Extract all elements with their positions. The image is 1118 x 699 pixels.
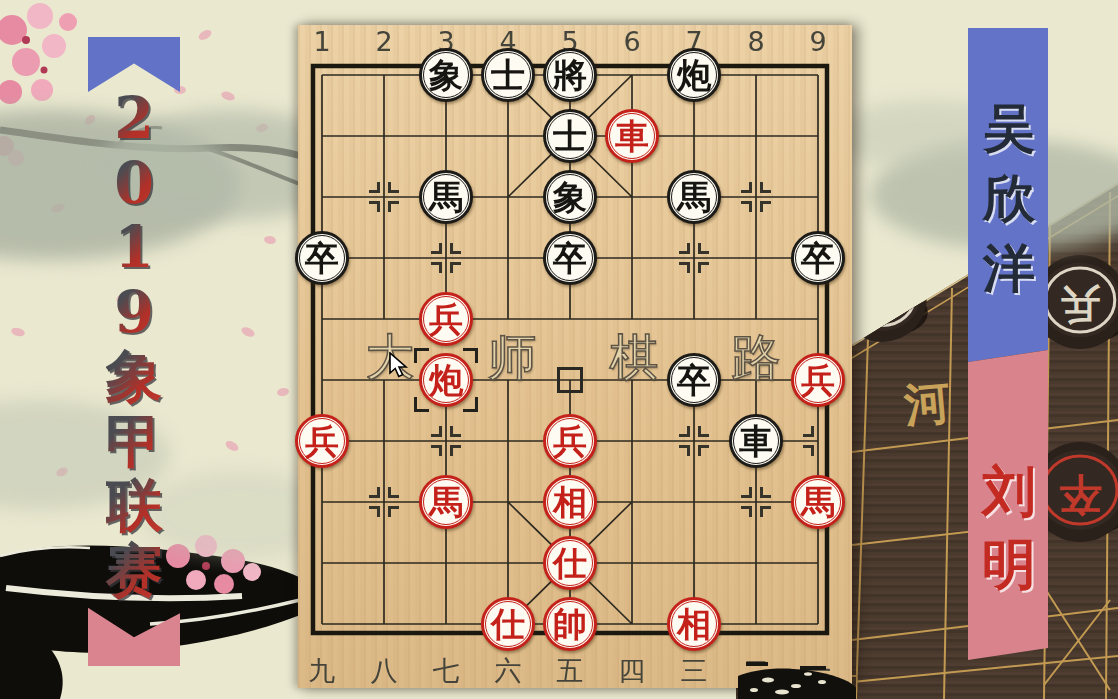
river-char: 师: [484, 325, 540, 391]
piece-glyph: 馬: [795, 479, 841, 525]
piece-glyph: 馬: [423, 174, 469, 220]
point-marker: [741, 182, 771, 212]
event-title-char: 9: [114, 282, 154, 342]
red-piece-車[interactable]: 車: [605, 109, 659, 163]
file-label-top: 8: [741, 26, 771, 57]
black-piece-卒[interactable]: 卒: [667, 353, 721, 407]
point-marker: [431, 426, 461, 456]
file-label-bottom: 七: [431, 653, 461, 689]
red-name-char: 明: [982, 529, 1036, 602]
piece-glyph: 卒: [547, 235, 593, 281]
black-name-char: 洋: [983, 234, 1035, 304]
red-piece-兵[interactable]: 兵: [419, 292, 473, 346]
piece-glyph: 將: [547, 52, 593, 98]
point-marker: [803, 426, 833, 456]
event-title-char: 联: [106, 475, 163, 535]
piece-glyph: 相: [547, 479, 593, 525]
last-move-origin-marker: [557, 367, 583, 393]
file-label-top: 6: [617, 26, 647, 57]
point-marker: [369, 182, 399, 212]
file-label-bottom: 六: [493, 653, 523, 689]
file-label-bottom: 三: [679, 653, 709, 689]
file-label-top: 1: [307, 26, 337, 57]
piece-glyph: 卒: [795, 235, 841, 281]
piece-glyph: 卒: [671, 357, 717, 403]
black-piece-將[interactable]: 將: [543, 48, 597, 102]
red-piece-馬[interactable]: 馬: [791, 475, 845, 529]
black-name-char: 吴: [983, 94, 1035, 164]
event-title-char: 1: [114, 217, 154, 277]
event-title-char: 赛: [106, 540, 163, 600]
black-name-char: 欣: [983, 164, 1035, 234]
event-title-char: 2: [114, 88, 154, 148]
red-name-char: 刘: [982, 456, 1036, 529]
piece-glyph: 馬: [671, 174, 717, 220]
red-piece-仕[interactable]: 仕: [481, 597, 535, 651]
file-label-top: 2: [369, 26, 399, 57]
svg-text:兵: 兵: [863, 277, 902, 322]
red-piece-相[interactable]: 相: [543, 475, 597, 529]
event-title-char: 0: [114, 153, 154, 213]
black-piece-象[interactable]: 象: [543, 170, 597, 224]
piece-glyph: 卒: [299, 235, 345, 281]
file-label-bottom: 八: [369, 653, 399, 689]
mouse-cursor: [388, 352, 414, 380]
app-window: 2019象甲联赛 河 兵兵卒 123456789 九八七六五四三二一 大师棋路: [0, 0, 1118, 699]
black-piece-象[interactable]: 象: [419, 48, 473, 102]
piece-glyph: 仕: [547, 540, 593, 586]
river-char: 路: [728, 325, 784, 391]
point-marker: [741, 487, 771, 517]
red-piece-馬[interactable]: 馬: [419, 475, 473, 529]
file-label-bottom: 五: [555, 653, 585, 689]
piece-glyph: 馬: [423, 479, 469, 525]
river-char: 棋: [606, 325, 662, 391]
black-piece-馬[interactable]: 馬: [419, 170, 473, 224]
ink-speckle-corner: [738, 662, 856, 699]
photo-river-char: 河: [901, 375, 953, 433]
piece-glyph: 車: [609, 113, 655, 159]
red-player-name: 刘明: [977, 456, 1041, 596]
piece-glyph: 士: [547, 113, 593, 159]
point-marker: [679, 426, 709, 456]
event-title-vertical: 2019象甲联赛: [96, 88, 172, 600]
black-piece-馬[interactable]: 馬: [667, 170, 721, 224]
black-piece-卒[interactable]: 卒: [543, 231, 597, 285]
xiangqi-board-panel: 123456789 九八七六五四三二一 大师棋路 象士將炮士車馬象馬卒卒卒兵炮卒…: [298, 25, 852, 688]
black-piece-車[interactable]: 車: [729, 414, 783, 468]
svg-text:兵: 兵: [1060, 282, 1101, 329]
black-piece-卒[interactable]: 卒: [791, 231, 845, 285]
piece-glyph: 兵: [423, 296, 469, 342]
black-piece-炮[interactable]: 炮: [667, 48, 721, 102]
red-piece-仕[interactable]: 仕: [543, 536, 597, 590]
piece-glyph: 象: [423, 52, 469, 98]
photo-piece-兵: 兵: [852, 252, 928, 342]
red-piece-兵[interactable]: 兵: [791, 353, 845, 407]
black-piece-士[interactable]: 士: [543, 109, 597, 163]
piece-glyph: 帥: [547, 601, 593, 647]
file-label-bottom: 四: [617, 653, 647, 689]
red-piece-兵[interactable]: 兵: [295, 414, 349, 468]
point-marker: [369, 487, 399, 517]
event-title-char: 象: [106, 346, 163, 406]
red-piece-炮[interactable]: 炮: [419, 353, 473, 407]
piece-glyph: 車: [733, 418, 779, 464]
point-marker: [679, 243, 709, 273]
black-piece-卒[interactable]: 卒: [295, 231, 349, 285]
black-piece-士[interactable]: 士: [481, 48, 535, 102]
point-marker: [431, 243, 461, 273]
piece-glyph: 相: [671, 601, 717, 647]
piece-glyph: 兵: [547, 418, 593, 464]
piece-glyph: 炮: [671, 52, 717, 98]
piece-glyph: 仕: [485, 601, 531, 647]
red-piece-帥[interactable]: 帥: [543, 597, 597, 651]
event-title-char: 甲: [106, 411, 163, 471]
black-player-name: 吴欣洋: [977, 94, 1041, 304]
red-piece-兵[interactable]: 兵: [543, 414, 597, 468]
piece-glyph: 炮: [423, 357, 469, 403]
file-label-bottom: 九: [307, 653, 337, 689]
svg-text:卒: 卒: [1059, 470, 1103, 520]
piece-glyph: 兵: [299, 418, 345, 464]
red-piece-相[interactable]: 相: [667, 597, 721, 651]
piece-glyph: 士: [485, 52, 531, 98]
piece-glyph: 兵: [795, 357, 841, 403]
piece-glyph: 象: [547, 174, 593, 220]
file-label-top: 9: [803, 26, 833, 57]
